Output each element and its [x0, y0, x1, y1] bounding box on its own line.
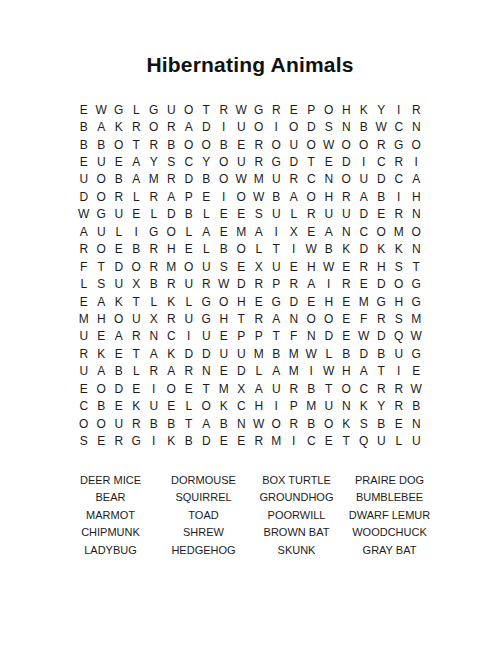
- grid-cell: C: [355, 380, 373, 397]
- grid-cell: K: [355, 101, 373, 118]
- grid-cell: L: [390, 432, 408, 449]
- puzzle-title: Hibernating Animals: [0, 0, 500, 77]
- grid-cell: A: [250, 223, 268, 240]
- grid-cell: R: [338, 275, 356, 292]
- grid-cell: R: [250, 153, 268, 170]
- grid-cell: M: [285, 363, 303, 380]
- grid-cell: W: [320, 258, 338, 275]
- grid-cell: N: [145, 328, 163, 345]
- grid-cell: T: [303, 153, 321, 170]
- grid-cell: B: [373, 415, 391, 432]
- word-item: DORMOUSE: [157, 471, 250, 489]
- grid-cell: T: [408, 258, 426, 275]
- grid-cell: B: [215, 415, 233, 432]
- grid-cell: R: [250, 432, 268, 449]
- grid-cell: D: [373, 328, 391, 345]
- grid-cell: A: [320, 223, 338, 240]
- grid-cell: O: [268, 136, 286, 153]
- grid-cell: D: [303, 118, 321, 135]
- grid-cell: P: [303, 101, 321, 118]
- grid-cell: I: [285, 241, 303, 258]
- grid-cell: A: [163, 363, 181, 380]
- grid-cell: O: [390, 275, 408, 292]
- grid-cell: E: [233, 206, 251, 223]
- grid-cell: N: [338, 397, 356, 414]
- letter-grid: EWGLGUOTRWGREPOHKYIRBAKRORADIUOIODSNBWCN…: [75, 101, 425, 450]
- grid-cell: R: [338, 188, 356, 205]
- word-item: DWARF LEMUR: [343, 506, 436, 524]
- grid-cell: P: [250, 328, 268, 345]
- grid-cell: E: [215, 223, 233, 240]
- grid-cell: L: [250, 363, 268, 380]
- grid-cell: U: [110, 206, 128, 223]
- grid-cell: E: [180, 241, 198, 258]
- grid-cell: T: [233, 310, 251, 327]
- grid-cell: W: [250, 415, 268, 432]
- grid-cell: N: [320, 171, 338, 188]
- grid-cell: L: [180, 293, 198, 310]
- grid-cell: X: [128, 275, 146, 292]
- grid-cell: U: [93, 223, 111, 240]
- grid-cell: E: [390, 415, 408, 432]
- grid-cell: K: [390, 241, 408, 258]
- grid-cell: S: [390, 258, 408, 275]
- grid-cell: N: [408, 241, 426, 258]
- grid-cell: B: [163, 136, 181, 153]
- grid-cell: A: [355, 188, 373, 205]
- grid-cell: N: [408, 206, 426, 223]
- grid-cell: U: [233, 118, 251, 135]
- grid-cell: N: [198, 363, 216, 380]
- grid-cell: A: [408, 171, 426, 188]
- grid-cell: O: [93, 171, 111, 188]
- grid-cell: R: [250, 275, 268, 292]
- grid-cell: L: [285, 206, 303, 223]
- grid-cell: M: [303, 397, 321, 414]
- grid-cell: T: [93, 258, 111, 275]
- grid-cell: O: [303, 310, 321, 327]
- grid-cell: R: [128, 415, 146, 432]
- grid-cell: E: [285, 101, 303, 118]
- grid-cell: R: [373, 380, 391, 397]
- grid-cell: U: [268, 380, 286, 397]
- grid-cell: U: [93, 153, 111, 170]
- word-item: BEAR: [64, 488, 157, 506]
- grid-cell: W: [320, 363, 338, 380]
- grid-cell: R: [268, 101, 286, 118]
- grid-cell: I: [303, 363, 321, 380]
- grid-cell: G: [408, 345, 426, 362]
- grid-cell: U: [408, 432, 426, 449]
- grid-cell: W: [250, 188, 268, 205]
- grid-cell: A: [75, 223, 93, 240]
- grid-cell: X: [250, 258, 268, 275]
- grid-cell: W: [233, 101, 251, 118]
- grid-cell: B: [75, 118, 93, 135]
- grid-cell: M: [250, 171, 268, 188]
- grid-cell: K: [110, 118, 128, 135]
- grid-cell: E: [215, 432, 233, 449]
- grid-cell: B: [110, 171, 128, 188]
- grid-cell: C: [390, 118, 408, 135]
- grid-cell: E: [215, 363, 233, 380]
- grid-cell: E: [320, 153, 338, 170]
- grid-cell: K: [355, 397, 373, 414]
- grid-cell: G: [145, 101, 163, 118]
- grid-cell: L: [128, 188, 146, 205]
- grid-cell: Q: [390, 328, 408, 345]
- grid-cell: I: [180, 328, 198, 345]
- grid-cell: Y: [373, 101, 391, 118]
- grid-cell: O: [215, 293, 233, 310]
- grid-cell: B: [268, 345, 286, 362]
- grid-cell: E: [110, 241, 128, 258]
- grid-cell: L: [75, 275, 93, 292]
- grid-cell: H: [303, 258, 321, 275]
- grid-cell: C: [303, 432, 321, 449]
- grid-cell: O: [163, 380, 181, 397]
- grid-cell: A: [110, 328, 128, 345]
- word-item: CHIPMUNK: [64, 523, 157, 541]
- grid-cell: C: [180, 153, 198, 170]
- word-item: GROUNDHOG: [250, 488, 343, 506]
- grid-cell: E: [163, 397, 181, 414]
- grid-cell: R: [75, 345, 93, 362]
- grid-cell: O: [110, 310, 128, 327]
- grid-cell: B: [180, 206, 198, 223]
- grid-cell: O: [338, 171, 356, 188]
- grid-cell: K: [338, 241, 356, 258]
- grid-cell: O: [285, 118, 303, 135]
- grid-cell: B: [93, 397, 111, 414]
- grid-cell: C: [390, 171, 408, 188]
- grid-cell: R: [163, 171, 181, 188]
- grid-cell: W: [215, 275, 233, 292]
- grid-cell: A: [268, 310, 286, 327]
- grid-cell: M: [355, 293, 373, 310]
- grid-cell: E: [338, 258, 356, 275]
- grid-cell: B: [215, 241, 233, 258]
- grid-cell: K: [163, 293, 181, 310]
- grid-cell: K: [373, 241, 391, 258]
- grid-cell: H: [373, 258, 391, 275]
- grid-cell: D: [75, 188, 93, 205]
- word-item: PRAIRE DOG: [343, 471, 436, 489]
- grid-cell: L: [320, 345, 338, 362]
- grid-cell: E: [250, 293, 268, 310]
- grid-cell: R: [373, 310, 391, 327]
- grid-cell: I: [390, 363, 408, 380]
- grid-cell: P: [285, 397, 303, 414]
- word-item: TOAD: [157, 506, 250, 524]
- grid-cell: C: [163, 328, 181, 345]
- grid-cell: W: [320, 136, 338, 153]
- grid-cell: A: [303, 275, 321, 292]
- grid-cell: E: [303, 223, 321, 240]
- grid-cell: N: [303, 328, 321, 345]
- grid-cell: A: [285, 188, 303, 205]
- grid-cell: W: [303, 345, 321, 362]
- grid-cell: T: [198, 380, 216, 397]
- grid-cell: O: [408, 223, 426, 240]
- grid-cell: O: [303, 136, 321, 153]
- grid-cell: L: [198, 206, 216, 223]
- grid-cell: O: [320, 415, 338, 432]
- grid-cell: K: [338, 415, 356, 432]
- grid-cell: B: [198, 171, 216, 188]
- grid-cell: B: [303, 415, 321, 432]
- grid-cell: E: [180, 380, 198, 397]
- grid-cell: S: [93, 275, 111, 292]
- grid-cell: S: [163, 153, 181, 170]
- grid-cell: E: [338, 328, 356, 345]
- word-list-column: BOX TURTLEGROUNDHOGPOORWILLBROWN BATSKUN…: [250, 471, 343, 559]
- grid-cell: R: [285, 171, 303, 188]
- grid-cell: I: [145, 432, 163, 449]
- grid-cell: O: [75, 415, 93, 432]
- grid-cell: N: [233, 415, 251, 432]
- grid-cell: A: [93, 118, 111, 135]
- grid-cell: D: [233, 363, 251, 380]
- grid-cell: M: [163, 258, 181, 275]
- grid-cell: D: [355, 206, 373, 223]
- grid-cell: I: [408, 153, 426, 170]
- grid-cell: H: [233, 293, 251, 310]
- grid-cell: H: [390, 293, 408, 310]
- grid-cell: T: [338, 432, 356, 449]
- grid-cell: E: [128, 206, 146, 223]
- grid-cell: U: [215, 345, 233, 362]
- grid-cell: D: [180, 171, 198, 188]
- word-item: SHREW: [157, 523, 250, 541]
- grid-cell: O: [128, 258, 146, 275]
- grid-cell: C: [233, 397, 251, 414]
- grid-cell: G: [198, 310, 216, 327]
- grid-cell: K: [93, 345, 111, 362]
- grid-cell: W: [233, 171, 251, 188]
- grid-cell: T: [268, 241, 286, 258]
- grid-cell: E: [215, 206, 233, 223]
- grid-cell: E: [75, 380, 93, 397]
- grid-cell: T: [198, 101, 216, 118]
- word-item: BOX TURTLE: [250, 471, 343, 489]
- grid-cell: E: [233, 136, 251, 153]
- grid-cell: X: [285, 223, 303, 240]
- grid-cell: O: [198, 397, 216, 414]
- grid-cell: H: [215, 310, 233, 327]
- grid-cell: O: [93, 188, 111, 205]
- grid-cell: O: [373, 223, 391, 240]
- grid-cell: R: [390, 153, 408, 170]
- grid-cell: A: [250, 380, 268, 397]
- grid-cell: Y: [145, 153, 163, 170]
- grid-cell: M: [250, 345, 268, 362]
- grid-cell: W: [303, 241, 321, 258]
- grid-cell: B: [373, 345, 391, 362]
- grid-cell: R: [285, 415, 303, 432]
- grid-cell: C: [75, 397, 93, 414]
- grid-cell: O: [93, 415, 111, 432]
- grid-cell: W: [408, 380, 426, 397]
- grid-cell: I: [390, 101, 408, 118]
- grid-cell: O: [93, 241, 111, 258]
- grid-cell: I: [145, 380, 163, 397]
- grid-cell: O: [110, 136, 128, 153]
- grid-cell: U: [373, 432, 391, 449]
- grid-cell: E: [320, 432, 338, 449]
- word-item: HEDGEHOG: [157, 541, 250, 559]
- grid-cell: I: [355, 153, 373, 170]
- grid-cell: A: [180, 118, 198, 135]
- grid-cell: S: [75, 432, 93, 449]
- grid-cell: X: [145, 310, 163, 327]
- grid-cell: O: [320, 310, 338, 327]
- grid-cell: O: [338, 380, 356, 397]
- grid-cell: U: [110, 275, 128, 292]
- grid-cell: I: [320, 275, 338, 292]
- grid-cell: O: [180, 101, 198, 118]
- grid-cell: Y: [373, 397, 391, 414]
- grid-cell: P: [180, 188, 198, 205]
- grid-cell: C: [355, 223, 373, 240]
- grid-cell: G: [110, 101, 128, 118]
- grid-cell: D: [180, 345, 198, 362]
- grid-cell: T: [128, 345, 146, 362]
- grid-cell: A: [128, 153, 146, 170]
- grid-cell: A: [268, 363, 286, 380]
- grid-cell: T: [128, 293, 146, 310]
- grid-cell: P: [233, 328, 251, 345]
- grid-cell: K: [215, 397, 233, 414]
- grid-cell: F: [355, 310, 373, 327]
- grid-cell: R: [390, 397, 408, 414]
- grid-cell: W: [75, 206, 93, 223]
- grid-cell: R: [145, 258, 163, 275]
- grid-cell: T: [128, 136, 146, 153]
- grid-cell: K: [110, 293, 128, 310]
- grid-cell: L: [128, 101, 146, 118]
- grid-cell: W: [355, 328, 373, 345]
- grid-cell: E: [110, 345, 128, 362]
- grid-cell: G: [408, 293, 426, 310]
- grid-cell: M: [75, 310, 93, 327]
- grid-cell: E: [303, 293, 321, 310]
- grid-cell: D: [198, 345, 216, 362]
- grid-cell: R: [250, 310, 268, 327]
- grid-cell: U: [128, 310, 146, 327]
- grid-cell: U: [233, 345, 251, 362]
- grid-cell: I: [390, 188, 408, 205]
- grid-cell: L: [110, 223, 128, 240]
- grid-cell: E: [128, 380, 146, 397]
- grid-cell: W: [408, 328, 426, 345]
- grid-cell: U: [320, 397, 338, 414]
- grid-cell: N: [338, 223, 356, 240]
- grid-cell: B: [338, 345, 356, 362]
- word-list: DEER MICEBEARMARMOTCHIPMUNKLADYBUGDORMOU…: [0, 471, 500, 559]
- grid-cell: K: [128, 397, 146, 414]
- grid-cell: B: [128, 241, 146, 258]
- grid-cell: E: [75, 153, 93, 170]
- grid-cell: L: [250, 241, 268, 258]
- grid-cell: I: [215, 188, 233, 205]
- grid-cell: G: [128, 432, 146, 449]
- grid-cell: T: [320, 380, 338, 397]
- grid-cell: U: [75, 363, 93, 380]
- grid-cell: L: [198, 241, 216, 258]
- grid-cell: E: [233, 432, 251, 449]
- grid-cell: O: [320, 101, 338, 118]
- grid-cell: N: [408, 118, 426, 135]
- grid-cell: O: [180, 136, 198, 153]
- grid-cell: E: [285, 258, 303, 275]
- grid-cell: R: [373, 136, 391, 153]
- grid-cell: O: [233, 241, 251, 258]
- grid-cell: O: [198, 136, 216, 153]
- grid-cell: B: [93, 136, 111, 153]
- grid-cell: U: [233, 153, 251, 170]
- grid-cell: E: [215, 328, 233, 345]
- grid-cell: R: [355, 258, 373, 275]
- grid-cell: O: [93, 380, 111, 397]
- grid-cell: R: [128, 118, 146, 135]
- grid-cell: G: [250, 101, 268, 118]
- grid-cell: U: [198, 328, 216, 345]
- grid-cell: U: [268, 206, 286, 223]
- grid-cell: M: [215, 380, 233, 397]
- grid-cell: U: [110, 415, 128, 432]
- grid-cell: R: [408, 101, 426, 118]
- grid-cell: R: [215, 101, 233, 118]
- grid-cell: U: [180, 310, 198, 327]
- grid-cell: R: [145, 136, 163, 153]
- grid-cell: B: [145, 275, 163, 292]
- grid-cell: U: [320, 206, 338, 223]
- grid-cell: B: [268, 188, 286, 205]
- grid-cell: U: [355, 171, 373, 188]
- grid-cell: O: [408, 136, 426, 153]
- grid-cell: D: [110, 380, 128, 397]
- grid-cell: U: [198, 258, 216, 275]
- grid-cell: L: [128, 363, 146, 380]
- grid-cell: R: [110, 188, 128, 205]
- grid-cell: D: [233, 275, 251, 292]
- grid-cell: R: [145, 363, 163, 380]
- grid-cell: L: [145, 206, 163, 223]
- grid-cell: P: [268, 275, 286, 292]
- grid-cell: R: [250, 136, 268, 153]
- grid-cell: K: [163, 345, 181, 362]
- grid-cell: M: [233, 223, 251, 240]
- grid-cell: D: [355, 345, 373, 362]
- grid-cell: A: [128, 171, 146, 188]
- grid-cell: H: [163, 241, 181, 258]
- grid-cell: O: [180, 258, 198, 275]
- grid-cell: S: [215, 258, 233, 275]
- grid-cell: U: [75, 328, 93, 345]
- grid-cell: E: [75, 101, 93, 118]
- grid-cell: R: [163, 310, 181, 327]
- grid-cell: E: [233, 258, 251, 275]
- grid-cell: N: [338, 118, 356, 135]
- grid-cell: A: [145, 345, 163, 362]
- grid-cell: S: [390, 310, 408, 327]
- grid-cell: F: [75, 258, 93, 275]
- grid-cell: T: [373, 363, 391, 380]
- grid-cell: C: [303, 171, 321, 188]
- grid-cell: B: [355, 118, 373, 135]
- grid-cell: I: [268, 118, 286, 135]
